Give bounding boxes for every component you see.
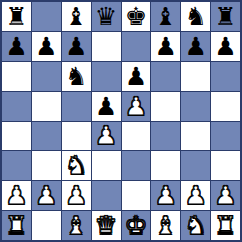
square-h3[interactable] (211, 151, 240, 180)
piece-white-pawn[interactable]: ♟ (5, 183, 27, 208)
square-h1[interactable]: ♜ (211, 211, 240, 240)
piece-white-rook[interactable]: ♜ (214, 213, 236, 238)
piece-black-rook[interactable]: ♜ (214, 4, 236, 29)
piece-black-bishop[interactable]: ♝ (155, 4, 177, 29)
square-h4[interactable] (211, 122, 240, 151)
piece-white-pawn[interactable]: ♟ (35, 183, 57, 208)
square-h8[interactable]: ♜ (211, 2, 240, 31)
piece-white-rook[interactable]: ♜ (5, 213, 27, 238)
square-b3[interactable] (32, 151, 61, 180)
square-e5[interactable]: ♟ (122, 92, 151, 121)
square-g4[interactable] (181, 122, 210, 151)
piece-black-knight[interactable]: ♞ (184, 4, 206, 29)
piece-white-king[interactable]: ♚ (125, 213, 147, 238)
square-a4[interactable] (2, 122, 31, 151)
square-g5[interactable] (181, 92, 210, 121)
square-c7[interactable]: ♟ (62, 32, 91, 61)
square-a1[interactable]: ♜ (2, 211, 31, 240)
square-e2[interactable] (122, 181, 151, 210)
square-c4[interactable] (62, 122, 91, 151)
square-h5[interactable] (211, 92, 240, 121)
square-a2[interactable]: ♟ (2, 181, 31, 210)
piece-black-pawn[interactable]: ♟ (155, 34, 177, 59)
piece-white-pawn[interactable]: ♟ (214, 183, 236, 208)
square-c3[interactable]: ♞ (62, 151, 91, 180)
chess-board: ♜♝♛♚♝♞♜♟♟♟♟♟♟♞♟♟♟♟♞♟♟♟♟♟♟♜♝♛♚♝♞♜ (0, 0, 242, 242)
square-d1[interactable]: ♛ (92, 211, 121, 240)
square-h2[interactable]: ♟ (211, 181, 240, 210)
square-a7[interactable]: ♟ (2, 32, 31, 61)
square-b7[interactable]: ♟ (32, 32, 61, 61)
piece-black-pawn[interactable]: ♟ (35, 34, 57, 59)
square-g7[interactable]: ♟ (181, 32, 210, 61)
square-g2[interactable]: ♟ (181, 181, 210, 210)
piece-white-pawn[interactable]: ♟ (155, 183, 177, 208)
piece-white-pawn[interactable]: ♟ (184, 183, 206, 208)
square-f7[interactable]: ♟ (151, 32, 180, 61)
square-b5[interactable] (32, 92, 61, 121)
square-d4[interactable]: ♟ (92, 122, 121, 151)
square-c1[interactable]: ♝ (62, 211, 91, 240)
piece-white-knight[interactable]: ♞ (65, 153, 87, 178)
piece-white-bishop[interactable]: ♝ (155, 213, 177, 238)
square-b1[interactable] (32, 211, 61, 240)
square-g8[interactable]: ♞ (181, 2, 210, 31)
piece-black-pawn[interactable]: ♟ (95, 94, 117, 119)
square-b2[interactable]: ♟ (32, 181, 61, 210)
square-b6[interactable] (32, 62, 61, 91)
piece-black-knight[interactable]: ♞ (65, 64, 87, 89)
square-f4[interactable] (151, 122, 180, 151)
piece-black-pawn[interactable]: ♟ (65, 34, 87, 59)
square-d8[interactable]: ♛ (92, 2, 121, 31)
square-d3[interactable] (92, 151, 121, 180)
square-c5[interactable] (62, 92, 91, 121)
square-f8[interactable]: ♝ (151, 2, 180, 31)
square-b4[interactable] (32, 122, 61, 151)
piece-white-queen[interactable]: ♛ (95, 213, 117, 238)
square-f1[interactable]: ♝ (151, 211, 180, 240)
square-f3[interactable] (151, 151, 180, 180)
square-c8[interactable]: ♝ (62, 2, 91, 31)
square-e7[interactable] (122, 32, 151, 61)
square-e3[interactable] (122, 151, 151, 180)
piece-black-bishop[interactable]: ♝ (65, 4, 87, 29)
square-g3[interactable] (181, 151, 210, 180)
piece-white-pawn[interactable]: ♟ (65, 183, 87, 208)
square-a5[interactable] (2, 92, 31, 121)
square-d2[interactable] (92, 181, 121, 210)
piece-white-pawn[interactable]: ♟ (95, 123, 117, 148)
square-d7[interactable] (92, 32, 121, 61)
square-h6[interactable] (211, 62, 240, 91)
piece-black-pawn[interactable]: ♟ (184, 34, 206, 59)
square-g1[interactable]: ♞ (181, 211, 210, 240)
square-a3[interactable] (2, 151, 31, 180)
piece-black-queen[interactable]: ♛ (95, 4, 117, 29)
square-e1[interactable]: ♚ (122, 211, 151, 240)
square-e6[interactable]: ♟ (122, 62, 151, 91)
square-c6[interactable]: ♞ (62, 62, 91, 91)
square-f2[interactable]: ♟ (151, 181, 180, 210)
square-h7[interactable]: ♟ (211, 32, 240, 61)
square-g6[interactable] (181, 62, 210, 91)
piece-black-king[interactable]: ♚ (125, 4, 147, 29)
square-b8[interactable] (32, 2, 61, 31)
square-d6[interactable] (92, 62, 121, 91)
square-e8[interactable]: ♚ (122, 2, 151, 31)
piece-black-pawn[interactable]: ♟ (214, 34, 236, 59)
piece-white-knight[interactable]: ♞ (184, 213, 206, 238)
piece-white-bishop[interactable]: ♝ (65, 213, 87, 238)
square-f5[interactable] (151, 92, 180, 121)
piece-black-pawn[interactable]: ♟ (5, 34, 27, 59)
square-d5[interactable]: ♟ (92, 92, 121, 121)
square-e4[interactable] (122, 122, 151, 151)
piece-black-pawn[interactable]: ♟ (125, 64, 147, 89)
piece-white-pawn[interactable]: ♟ (125, 94, 147, 119)
square-c2[interactable]: ♟ (62, 181, 91, 210)
piece-black-rook[interactable]: ♜ (5, 4, 27, 29)
square-a8[interactable]: ♜ (2, 2, 31, 31)
square-a6[interactable] (2, 62, 31, 91)
square-f6[interactable] (151, 62, 180, 91)
